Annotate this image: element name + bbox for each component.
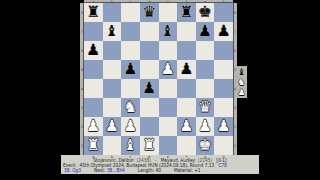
game-length: Length: 40 <box>138 168 161 173</box>
square-d3 <box>140 98 159 117</box>
white-pawn: ♟ <box>198 117 212 136</box>
white-rook: ♜ <box>86 136 100 155</box>
white-bishop: ♝ <box>124 136 138 155</box>
square-f8: ♜ <box>177 3 196 22</box>
square-b2: ♟ <box>103 117 122 136</box>
eco-code: C78 <box>218 163 226 168</box>
square-a2: ♟ <box>84 117 103 136</box>
square-c7 <box>121 22 140 41</box>
square-g5 <box>196 60 215 79</box>
square-d7 <box>140 22 159 41</box>
square-e6 <box>159 41 178 60</box>
square-g7: ♟ <box>196 22 215 41</box>
square-b5 <box>103 60 122 79</box>
coord-label: 8 <box>233 3 237 22</box>
square-b8 <box>103 3 122 22</box>
square-g1: ♚ <box>196 136 215 155</box>
black-pawn: ♟ <box>86 41 100 60</box>
move-info-line: 38. Qg3 Next: 38...Bh4 Length: 40 Materi… <box>61 168 259 173</box>
board-frame: abcdefgh 87654321 87654321 ♜♛♜♚♝♝♟♟♟♟♟♟♟… <box>80 0 237 159</box>
black-rook: ♜ <box>86 3 100 22</box>
caption-panel: abcdefgh Stojanovic, Dalibor (2438) - Ma… <box>61 155 259 174</box>
square-b7: ♝ <box>103 22 122 41</box>
coord-label: 3 <box>233 98 237 117</box>
black-pawn: ♟ <box>142 79 156 98</box>
square-g2: ♟ <box>196 117 215 136</box>
square-c1: ♝ <box>121 136 140 155</box>
square-b1 <box>103 136 122 155</box>
square-e5: ♟ <box>159 60 178 79</box>
square-f6 <box>177 41 196 60</box>
black-queen: ♛ <box>142 3 156 22</box>
square-d2 <box>140 117 159 136</box>
square-h1 <box>214 136 233 155</box>
black-pawn: ♟ <box>217 22 231 41</box>
square-g8: ♚ <box>196 3 215 22</box>
square-d8: ♛ <box>140 3 159 22</box>
square-b4 <box>103 79 122 98</box>
black-bishop: ♝ <box>105 22 119 41</box>
pawn-icon: ♟ <box>237 87 245 97</box>
square-a4 <box>84 79 103 98</box>
white-pawn: ♟ <box>161 60 175 79</box>
knight-icon: ♞ <box>237 77 245 87</box>
white-pawn: ♟ <box>217 117 231 136</box>
square-a7 <box>84 22 103 41</box>
white-rook: ♜ <box>142 136 156 155</box>
square-h7: ♟ <box>214 22 233 41</box>
square-c8 <box>121 3 140 22</box>
square-a8: ♜ <box>84 3 103 22</box>
black-pawn: ♟ <box>198 22 212 41</box>
square-e4 <box>159 79 178 98</box>
square-f5: ♟ <box>177 60 196 79</box>
black-pawn: ♟ <box>179 60 193 79</box>
bishop-icon: ♝ <box>237 67 245 77</box>
square-e2 <box>159 117 178 136</box>
square-g6 <box>196 41 215 60</box>
square-b6 <box>103 41 122 60</box>
black-pawn: ♟ <box>124 60 138 79</box>
black-rook: ♜ <box>179 3 193 22</box>
square-b3 <box>103 98 122 117</box>
square-h8 <box>214 3 233 22</box>
captured-material-tray: ♝♞♟ <box>236 66 247 98</box>
white-pawn: ♟ <box>124 117 138 136</box>
square-d6 <box>140 41 159 60</box>
square-f1 <box>177 136 196 155</box>
square-d1: ♜ <box>140 136 159 155</box>
square-d5 <box>140 60 159 79</box>
white-queen: ♛ <box>198 98 212 117</box>
square-d4: ♟ <box>140 79 159 98</box>
material-balance: Material: +1 <box>174 168 201 173</box>
square-g4 <box>196 79 215 98</box>
video-frame: abcdefgh 87654321 87654321 ♜♛♜♚♝♝♟♟♟♟♟♟♟… <box>0 0 320 180</box>
square-a6: ♟ <box>84 41 103 60</box>
square-c5: ♟ <box>121 60 140 79</box>
square-f2: ♟ <box>177 117 196 136</box>
coord-label: 1 <box>233 136 237 155</box>
next-move: Next: 38...Bh4 <box>94 168 125 173</box>
square-h3 <box>214 98 233 117</box>
square-h6 <box>214 41 233 60</box>
current-move: 38. Qg3 <box>64 168 81 173</box>
white-pawn: ♟ <box>86 117 100 136</box>
coord-label: 7 <box>233 22 237 41</box>
square-a3 <box>84 98 103 117</box>
white-king: ♚ <box>198 136 212 155</box>
square-h2: ♟ <box>214 117 233 136</box>
square-f7 <box>177 22 196 41</box>
square-g3: ♛ <box>196 98 215 117</box>
coord-label: 2 <box>233 117 237 136</box>
square-c4 <box>121 79 140 98</box>
square-a5 <box>84 60 103 79</box>
white-knight: ♞ <box>124 98 138 117</box>
square-e8 <box>159 3 178 22</box>
coord-label: 6 <box>233 41 237 60</box>
white-pawn: ♟ <box>179 117 193 136</box>
black-king: ♚ <box>198 3 212 22</box>
square-h5 <box>214 60 233 79</box>
chess-board: ♜♛♜♚♝♝♟♟♟♟♟♟♟♞♛♟♟♟♟♟♟♜♝♜♚ <box>84 3 233 155</box>
square-f3 <box>177 98 196 117</box>
square-e1 <box>159 136 178 155</box>
square-h4 <box>214 79 233 98</box>
black-bishop: ♝ <box>161 22 175 41</box>
square-c2: ♟ <box>121 117 140 136</box>
white-pawn: ♟ <box>105 117 119 136</box>
square-f4 <box>177 79 196 98</box>
square-e7: ♝ <box>159 22 178 41</box>
square-c6 <box>121 41 140 60</box>
square-c3: ♞ <box>121 98 140 117</box>
square-a1: ♜ <box>84 136 103 155</box>
square-e3 <box>159 98 178 117</box>
